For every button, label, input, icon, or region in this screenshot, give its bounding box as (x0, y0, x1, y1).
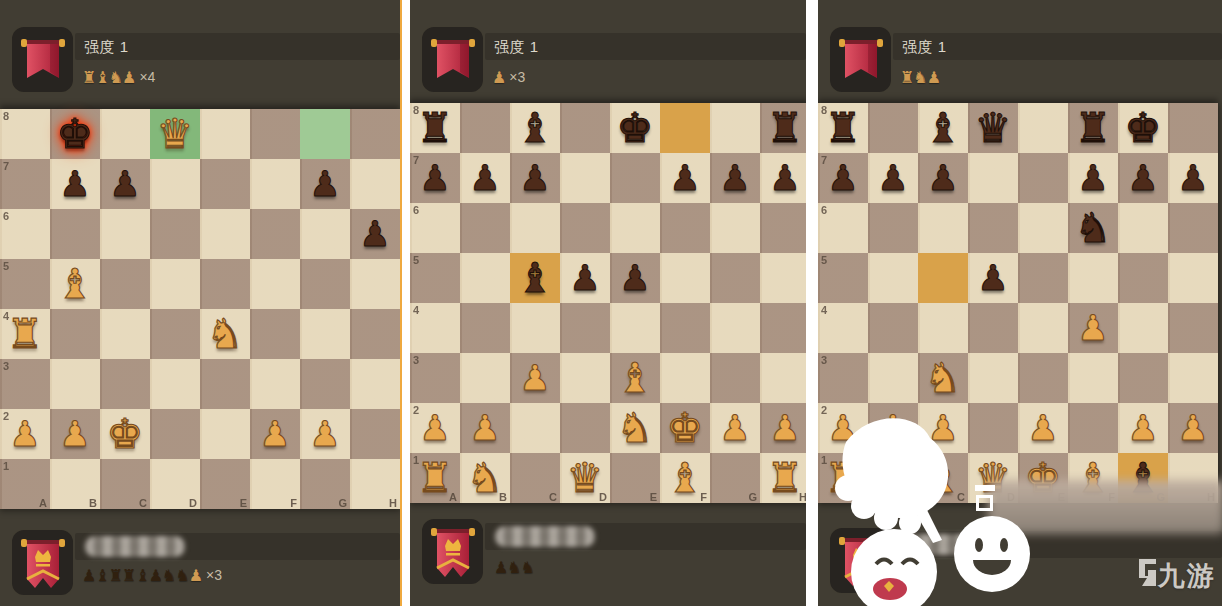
square-h8[interactable] (1168, 103, 1218, 153)
square-f4[interactable] (250, 309, 300, 359)
square-f6[interactable] (250, 209, 300, 259)
square-g4[interactable] (1118, 303, 1168, 353)
square-c5[interactable] (918, 253, 968, 303)
chess-board-2: 8♜♝♚♜7♟♟♟♟♟♟65♝♟♟43♟♝2♟♟♞♚♟♟1A♜B♞CD♛EF♝G… (410, 103, 806, 503)
square-d2[interactable] (560, 403, 610, 453)
square-c3[interactable]: ♟ (510, 353, 560, 403)
square-c4[interactable] (100, 309, 150, 359)
square-g3[interactable] (300, 359, 350, 409)
black-pawn[interactable]: ♟ (59, 167, 90, 202)
square-c6[interactable] (918, 203, 968, 253)
black-pawn[interactable]: ♟ (1077, 161, 1108, 196)
captured-bishop-icon: ♝ (95, 568, 109, 584)
rank-label-5: 5 (3, 260, 9, 272)
square-d7[interactable] (968, 153, 1018, 203)
square-h7[interactable]: ♟ (760, 153, 806, 203)
rank-label-3: 3 (3, 360, 9, 372)
black-pawn[interactable]: ♟ (419, 161, 450, 196)
square-g3[interactable] (710, 353, 760, 403)
opponent-name-bar: 强度 1 (893, 33, 1222, 60)
square-h8[interactable]: ♜ (760, 103, 806, 153)
white-rook[interactable]: ♜ (7, 314, 44, 355)
black-pawn[interactable]: ♟ (877, 161, 908, 196)
square-h1[interactable]: H (350, 459, 400, 509)
square-d2[interactable] (150, 409, 200, 459)
captured-pawn-icon: ♟ (189, 568, 203, 584)
square-b7[interactable]: ♟ (50, 159, 100, 209)
black-queen[interactable]: ♛ (975, 108, 1012, 149)
square-b5[interactable]: ♝ (50, 259, 100, 309)
white-bishop[interactable]: ♝ (667, 458, 704, 499)
black-bishop[interactable]: ♝ (925, 108, 962, 149)
square-d7[interactable] (150, 159, 200, 209)
rank-label-3: 3 (821, 354, 827, 366)
black-knight[interactable]: ♞ (1075, 208, 1112, 249)
black-pawn[interactable]: ♟ (619, 261, 650, 296)
opponent-captured-row: ♜♝♞♟×4 (82, 68, 155, 86)
opponent-banner-icon (421, 26, 484, 93)
square-b1[interactable]: B (50, 459, 100, 509)
square-e1[interactable]: E (200, 459, 250, 509)
black-pawn[interactable]: ♟ (669, 161, 700, 196)
square-g4[interactable] (300, 309, 350, 359)
square-f4[interactable] (660, 303, 710, 353)
black-pawn[interactable]: ♟ (927, 161, 958, 196)
square-d8[interactable]: ♛ (150, 109, 200, 159)
square-e8[interactable] (1018, 103, 1068, 153)
captured-multiplier: ×3 (509, 68, 525, 86)
square-g7[interactable]: ♟ (710, 153, 760, 203)
ai-strength-label: 强度 1 (75, 33, 400, 60)
square-g7[interactable]: ♟ (300, 159, 350, 209)
square-f8[interactable] (250, 109, 300, 159)
censored-player-name (85, 536, 185, 557)
square-h1[interactable]: H♜ (760, 453, 806, 503)
square-a6[interactable]: 6 (818, 203, 868, 253)
square-h5[interactable] (1168, 253, 1218, 303)
square-a3[interactable]: 3 (0, 359, 50, 409)
square-g5[interactable] (710, 253, 760, 303)
square-d6[interactable] (968, 203, 1018, 253)
square-e5[interactable]: ♟ (610, 253, 660, 303)
square-e2[interactable] (200, 409, 250, 459)
square-f5[interactable] (660, 253, 710, 303)
rank-label-5: 5 (821, 254, 827, 266)
opponent-name-bar: 强度 1 (75, 33, 400, 60)
square-c4[interactable] (510, 303, 560, 353)
opponent-captured-row: ♜♞♟ (900, 68, 944, 86)
square-b4[interactable] (460, 303, 510, 353)
square-a3[interactable]: 3 (410, 353, 460, 403)
black-pawn[interactable]: ♟ (719, 161, 750, 196)
square-a8[interactable]: 8♜ (818, 103, 868, 153)
square-b7[interactable]: ♟ (868, 153, 918, 203)
square-f4[interactable]: ♟ (1068, 303, 1118, 353)
captured-pawn-icon: ♟ (149, 568, 163, 584)
censored-player-name (495, 526, 595, 547)
file-label-c: C (139, 497, 147, 509)
square-a1[interactable]: 1A (0, 459, 50, 509)
square-f6[interactable] (660, 203, 710, 253)
square-b6[interactable] (868, 203, 918, 253)
square-c1[interactable]: C (510, 453, 560, 503)
square-c1[interactable]: C (100, 459, 150, 509)
white-pawn[interactable]: ♟ (1077, 311, 1108, 346)
square-h2[interactable] (350, 409, 400, 459)
captured-knight-icon: ♞ (913, 70, 927, 86)
square-h6[interactable]: ♟ (350, 209, 400, 259)
square-e1[interactable]: E (610, 453, 660, 503)
black-rook[interactable]: ♜ (825, 108, 862, 149)
square-b8[interactable] (460, 103, 510, 153)
square-a5[interactable]: 5 (410, 253, 460, 303)
square-a7[interactable]: 7♟ (410, 153, 460, 203)
square-f3[interactable] (660, 353, 710, 403)
square-g1[interactable]: G (710, 453, 760, 503)
ai-strength-label: 强度 1 (893, 33, 1222, 60)
rank-label-7: 7 (3, 160, 9, 172)
captured-pawn-icon: ♟ (122, 70, 136, 86)
opponent-captured-row: ♟×3 (492, 68, 525, 86)
player-banner-icon (421, 518, 484, 585)
square-a1[interactable]: 1A♜ (410, 453, 460, 503)
red-ribbon-icon (839, 35, 883, 85)
square-h4[interactable] (350, 309, 400, 359)
rank-label-6: 6 (821, 204, 827, 216)
square-c5[interactable]: ♝ (510, 253, 560, 303)
square-d6[interactable] (560, 203, 610, 253)
black-king[interactable]: ♚ (1125, 108, 1162, 149)
square-b4[interactable] (50, 309, 100, 359)
square-b3[interactable] (50, 359, 100, 409)
square-e4[interactable] (1018, 303, 1068, 353)
square-a2[interactable]: 2♟ (0, 409, 50, 459)
square-e2[interactable]: ♞ (610, 403, 660, 453)
square-f1[interactable]: F♝ (660, 453, 710, 503)
white-king[interactable]: ♚ (667, 408, 704, 449)
square-e7[interactable] (1018, 153, 1068, 203)
square-h8[interactable] (350, 109, 400, 159)
jiuyou-logo-text: 九游 (1158, 558, 1216, 594)
square-g8[interactable] (300, 109, 350, 159)
square-h7[interactable]: ♟ (1168, 153, 1218, 203)
file-label-a: A (39, 497, 47, 509)
black-king[interactable]: ♚ (57, 114, 94, 155)
white-knight[interactable]: ♞ (467, 458, 504, 499)
square-d8[interactable] (560, 103, 610, 153)
square-f7[interactable]: ♟ (1068, 153, 1118, 203)
square-c7[interactable]: ♟ (918, 153, 968, 203)
square-f2[interactable]: ♟ (250, 409, 300, 459)
square-d8[interactable]: ♛ (968, 103, 1018, 153)
player-captured-row: ♟♞♞ (494, 558, 538, 576)
square-g2[interactable]: ♟ (710, 403, 760, 453)
black-pawn[interactable]: ♟ (359, 217, 390, 252)
square-h3[interactable] (760, 353, 806, 403)
black-rook[interactable]: ♜ (1075, 108, 1112, 149)
square-f1[interactable]: F (250, 459, 300, 509)
square-h3[interactable] (350, 359, 400, 409)
square-g7[interactable]: ♟ (1118, 153, 1168, 203)
square-e8[interactable] (200, 109, 250, 159)
square-c2[interactable]: ♚ (100, 409, 150, 459)
square-e5[interactable] (200, 259, 250, 309)
square-e6[interactable] (610, 203, 660, 253)
square-d3[interactable] (560, 353, 610, 403)
square-b6[interactable] (50, 209, 100, 259)
square-g6[interactable] (300, 209, 350, 259)
square-g2[interactable]: ♟ (300, 409, 350, 459)
white-bishop[interactable]: ♝ (57, 264, 94, 305)
opponent-banner-icon (11, 26, 74, 93)
captured-rook-icon: ♜ (900, 70, 914, 86)
black-pawn[interactable]: ♟ (769, 161, 800, 196)
square-d5[interactable] (150, 259, 200, 309)
file-label-b: B (89, 497, 97, 509)
panel-game-3: 强度 1 ♜♞♟ 8♜♝♛♜♚7♟♟♟♟♟♟6♞5♟4♟3♞2♟♟♟♟♟♟1A♜… (818, 0, 1222, 606)
captured-rook-icon: ♜ (82, 70, 96, 86)
square-h4[interactable] (1168, 303, 1218, 353)
white-queen[interactable]: ♛ (157, 114, 194, 155)
square-b1[interactable]: B♞ (460, 453, 510, 503)
square-f2[interactable] (1068, 403, 1118, 453)
crown-ribbon-icon (431, 524, 475, 580)
square-f3[interactable] (1068, 353, 1118, 403)
square-d1[interactable]: D♛ (560, 453, 610, 503)
square-h6[interactable] (1168, 203, 1218, 253)
red-ribbon-icon (431, 35, 475, 85)
captured-pawn-icon: ♟ (494, 560, 508, 576)
white-king[interactable]: ♚ (107, 414, 144, 455)
square-d6[interactable] (150, 209, 200, 259)
jiuyou-g-glyph (1132, 556, 1158, 596)
black-pawn[interactable]: ♟ (1177, 161, 1208, 196)
square-e7[interactable] (200, 159, 250, 209)
square-d1[interactable]: D (150, 459, 200, 509)
rank-label-6: 6 (413, 204, 419, 216)
file-label-e: E (650, 491, 657, 503)
captured-knight-icon: ♞ (109, 70, 123, 86)
square-g1[interactable]: G (300, 459, 350, 509)
square-a8[interactable]: 8♜ (410, 103, 460, 153)
panel-game-1: 强度 1 ♜♝♞♟×4 8♚♛7♟♟♟6♟5♝4♜♞32♟♟♚♟♟1ABCDEF… (0, 0, 402, 606)
square-d5[interactable]: ♟ (560, 253, 610, 303)
square-c7[interactable]: ♟ (100, 159, 150, 209)
white-pawn[interactable]: ♟ (719, 411, 750, 446)
rank-label-4: 4 (821, 304, 827, 316)
square-a6[interactable]: 6 (0, 209, 50, 259)
white-pawn[interactable]: ♟ (59, 417, 90, 452)
square-g6[interactable] (710, 203, 760, 253)
square-a5[interactable]: 5 (0, 259, 50, 309)
file-label-g: G (748, 491, 757, 503)
black-king[interactable]: ♚ (617, 108, 654, 149)
square-e3[interactable]: ♝ (610, 353, 660, 403)
white-pawn[interactable]: ♟ (1177, 411, 1208, 446)
black-rook[interactable]: ♜ (767, 108, 804, 149)
white-pawn[interactable]: ♟ (259, 417, 290, 452)
chess-board-1: 8♚♛7♟♟♟6♟5♝4♜♞32♟♟♚♟♟1ABCDEFGH (0, 109, 400, 509)
square-d7[interactable] (560, 153, 610, 203)
screenshot-collage: 强度 1 ♜♝♞♟×4 8♚♛7♟♟♟6♟5♝4♜♞32♟♟♚♟♟1ABCDEF… (0, 0, 1222, 606)
square-d4[interactable] (150, 309, 200, 359)
white-pawn[interactable]: ♟ (9, 417, 40, 452)
white-knight[interactable]: ♞ (207, 314, 244, 355)
black-pawn[interactable]: ♟ (569, 261, 600, 296)
captured-bishop-icon: ♝ (95, 70, 109, 86)
square-b7[interactable]: ♟ (460, 153, 510, 203)
square-b5[interactable] (868, 253, 918, 303)
square-f5[interactable] (1068, 253, 1118, 303)
square-a7[interactable]: 7♟ (818, 153, 868, 203)
square-c8[interactable]: ♝ (918, 103, 968, 153)
square-d5[interactable]: ♟ (968, 253, 1018, 303)
square-a7[interactable]: 7 (0, 159, 50, 209)
square-b8[interactable]: ♚ (50, 109, 100, 159)
square-g5[interactable] (1118, 253, 1168, 303)
square-b2[interactable]: ♟ (460, 403, 510, 453)
square-c4[interactable] (918, 303, 968, 353)
file-label-d: D (189, 497, 197, 509)
square-d4[interactable] (968, 303, 1018, 353)
square-a6[interactable]: 6 (410, 203, 460, 253)
captured-rook-icon: ♜ (109, 568, 123, 584)
white-pawn[interactable]: ♟ (419, 411, 450, 446)
white-rook[interactable]: ♜ (417, 458, 454, 499)
white-queen[interactable]: ♛ (567, 458, 604, 499)
square-f2[interactable]: ♚ (660, 403, 710, 453)
square-b6[interactable] (460, 203, 510, 253)
square-a5[interactable]: 5 (818, 253, 868, 303)
rank-label-4: 4 (413, 304, 419, 316)
square-b2[interactable]: ♟ (50, 409, 100, 459)
square-g4[interactable] (710, 303, 760, 353)
square-a8[interactable]: 8 (0, 109, 50, 159)
white-pawn[interactable]: ♟ (769, 411, 800, 446)
square-c3[interactable] (100, 359, 150, 409)
white-pawn[interactable]: ♟ (519, 361, 550, 396)
square-h2[interactable]: ♟ (760, 403, 806, 453)
square-c2[interactable] (510, 403, 560, 453)
square-h6[interactable] (760, 203, 806, 253)
white-rook[interactable]: ♜ (767, 458, 804, 499)
square-e4[interactable]: ♞ (200, 309, 250, 359)
captured-pawn-icon: ♟ (82, 568, 96, 584)
square-c6[interactable] (510, 203, 560, 253)
square-f8[interactable] (660, 103, 710, 153)
square-g5[interactable] (300, 259, 350, 309)
panel-game-2: 强度 1 ♟×3 8♜♝♚♜7♟♟♟♟♟♟65♝♟♟43♟♝2♟♟♞♚♟♟1A♜… (410, 0, 806, 606)
square-f7[interactable]: ♟ (660, 153, 710, 203)
white-pawn[interactable]: ♟ (469, 411, 500, 446)
captured-knight-icon: ♞ (162, 568, 176, 584)
player-name-bar (485, 523, 806, 550)
square-g8[interactable]: ♚ (1118, 103, 1168, 153)
square-g6[interactable] (1118, 203, 1168, 253)
square-e4[interactable] (610, 303, 660, 353)
player-banner-icon (11, 529, 74, 596)
black-pawn[interactable]: ♟ (519, 161, 550, 196)
white-pawn[interactable]: ♟ (1127, 411, 1158, 446)
square-f7[interactable] (250, 159, 300, 209)
square-e5[interactable] (1018, 253, 1068, 303)
rank-label-5: 5 (413, 254, 419, 266)
black-pawn[interactable]: ♟ (469, 161, 500, 196)
opponent-banner-icon (829, 26, 892, 93)
square-a4[interactable]: 4 (410, 303, 460, 353)
square-d3[interactable] (150, 359, 200, 409)
captured-pawn-icon: ♟ (492, 70, 506, 86)
file-label-c: C (549, 491, 557, 503)
square-h5[interactable] (350, 259, 400, 309)
square-b3[interactable] (460, 353, 510, 403)
square-a2[interactable]: 2♟ (410, 403, 460, 453)
file-label-h: H (389, 497, 397, 509)
square-f6[interactable]: ♞ (1068, 203, 1118, 253)
square-e7[interactable] (610, 153, 660, 203)
square-c8[interactable]: ♝ (510, 103, 560, 153)
square-g2[interactable]: ♟ (1118, 403, 1168, 453)
black-pawn[interactable]: ♟ (309, 167, 340, 202)
square-h4[interactable] (760, 303, 806, 353)
black-bishop[interactable]: ♝ (517, 108, 554, 149)
square-h3[interactable] (1168, 353, 1218, 403)
square-h2[interactable]: ♟ (1168, 403, 1218, 453)
jiuyou-logo: 九游 (1132, 556, 1216, 596)
white-knight[interactable]: ♞ (617, 408, 654, 449)
emoji-watermark-icons (832, 516, 1122, 606)
rank-label-8: 8 (3, 110, 9, 122)
square-e3[interactable] (200, 359, 250, 409)
white-pawn[interactable]: ♟ (1027, 411, 1058, 446)
square-g3[interactable] (1118, 353, 1168, 403)
white-pawn[interactable]: ♟ (309, 417, 340, 452)
square-b4[interactable] (868, 303, 918, 353)
square-h7[interactable] (350, 159, 400, 209)
square-e8[interactable]: ♚ (610, 103, 660, 153)
black-rook[interactable]: ♜ (417, 108, 454, 149)
square-g8[interactable] (710, 103, 760, 153)
square-a4[interactable]: 4 (818, 303, 868, 353)
square-f8[interactable]: ♜ (1068, 103, 1118, 153)
square-b5[interactable] (460, 253, 510, 303)
square-d4[interactable] (560, 303, 610, 353)
square-f5[interactable] (250, 259, 300, 309)
black-pawn[interactable]: ♟ (109, 167, 140, 202)
captured-bishop-icon: ♝ (135, 568, 149, 584)
square-f3[interactable] (250, 359, 300, 409)
black-bishop[interactable]: ♝ (517, 258, 554, 299)
captured-knight-icon: ♞ (521, 560, 535, 576)
square-e6[interactable] (200, 209, 250, 259)
captured-multiplier: ×4 (139, 68, 155, 86)
square-b8[interactable] (868, 103, 918, 153)
red-ribbon-icon (21, 35, 65, 85)
white-bishop[interactable]: ♝ (617, 358, 654, 399)
laughing-smiley-icon (954, 516, 1030, 592)
square-c6[interactable] (100, 209, 150, 259)
black-pawn[interactable]: ♟ (827, 161, 858, 196)
square-e6[interactable] (1018, 203, 1068, 253)
square-c7[interactable]: ♟ (510, 153, 560, 203)
square-a4[interactable]: 4♜ (0, 309, 50, 359)
black-pawn[interactable]: ♟ (1127, 161, 1158, 196)
black-pawn[interactable]: ♟ (977, 261, 1008, 296)
square-c8[interactable] (100, 109, 150, 159)
square-c5[interactable] (100, 259, 150, 309)
square-h5[interactable] (760, 253, 806, 303)
crown-ribbon-icon (21, 535, 65, 591)
